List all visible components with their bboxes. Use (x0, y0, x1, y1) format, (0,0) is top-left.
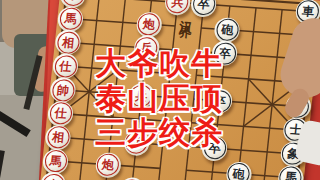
piece-glyph: 炮 (96, 153, 120, 176)
piece-glyph: 馬 (43, 149, 67, 172)
piece-glyph: 仕 (48, 102, 72, 125)
piece-glyph: 相 (56, 31, 80, 54)
caption-line-3: 三步绞杀 (95, 116, 223, 151)
piece-glyph: 仕 (53, 54, 77, 77)
piece-glyph: 帥 (51, 78, 75, 101)
caption-line-1: 大爷吹牛 (95, 47, 223, 82)
caption-line-2: 泰山压顶 (95, 82, 223, 117)
piece-glyph: 砲 (215, 18, 239, 41)
video-frame: 汉界 車馬相仕帥仕相馬車炮炮兵兵兵兵兵車馬象士將士象馬車砲砲卒卒卒卒卒 大爷吹牛… (0, 0, 320, 180)
piece-glyph: 馬 (279, 166, 303, 180)
piece-glyph: 相 (46, 126, 70, 149)
piece-glyph: 砲 (226, 162, 250, 180)
piece-glyph: 馬 (58, 7, 82, 30)
caption-overlay: 大爷吹牛 泰山压顶 三步绞杀 (95, 47, 223, 151)
piece-glyph: 炮 (137, 13, 161, 36)
